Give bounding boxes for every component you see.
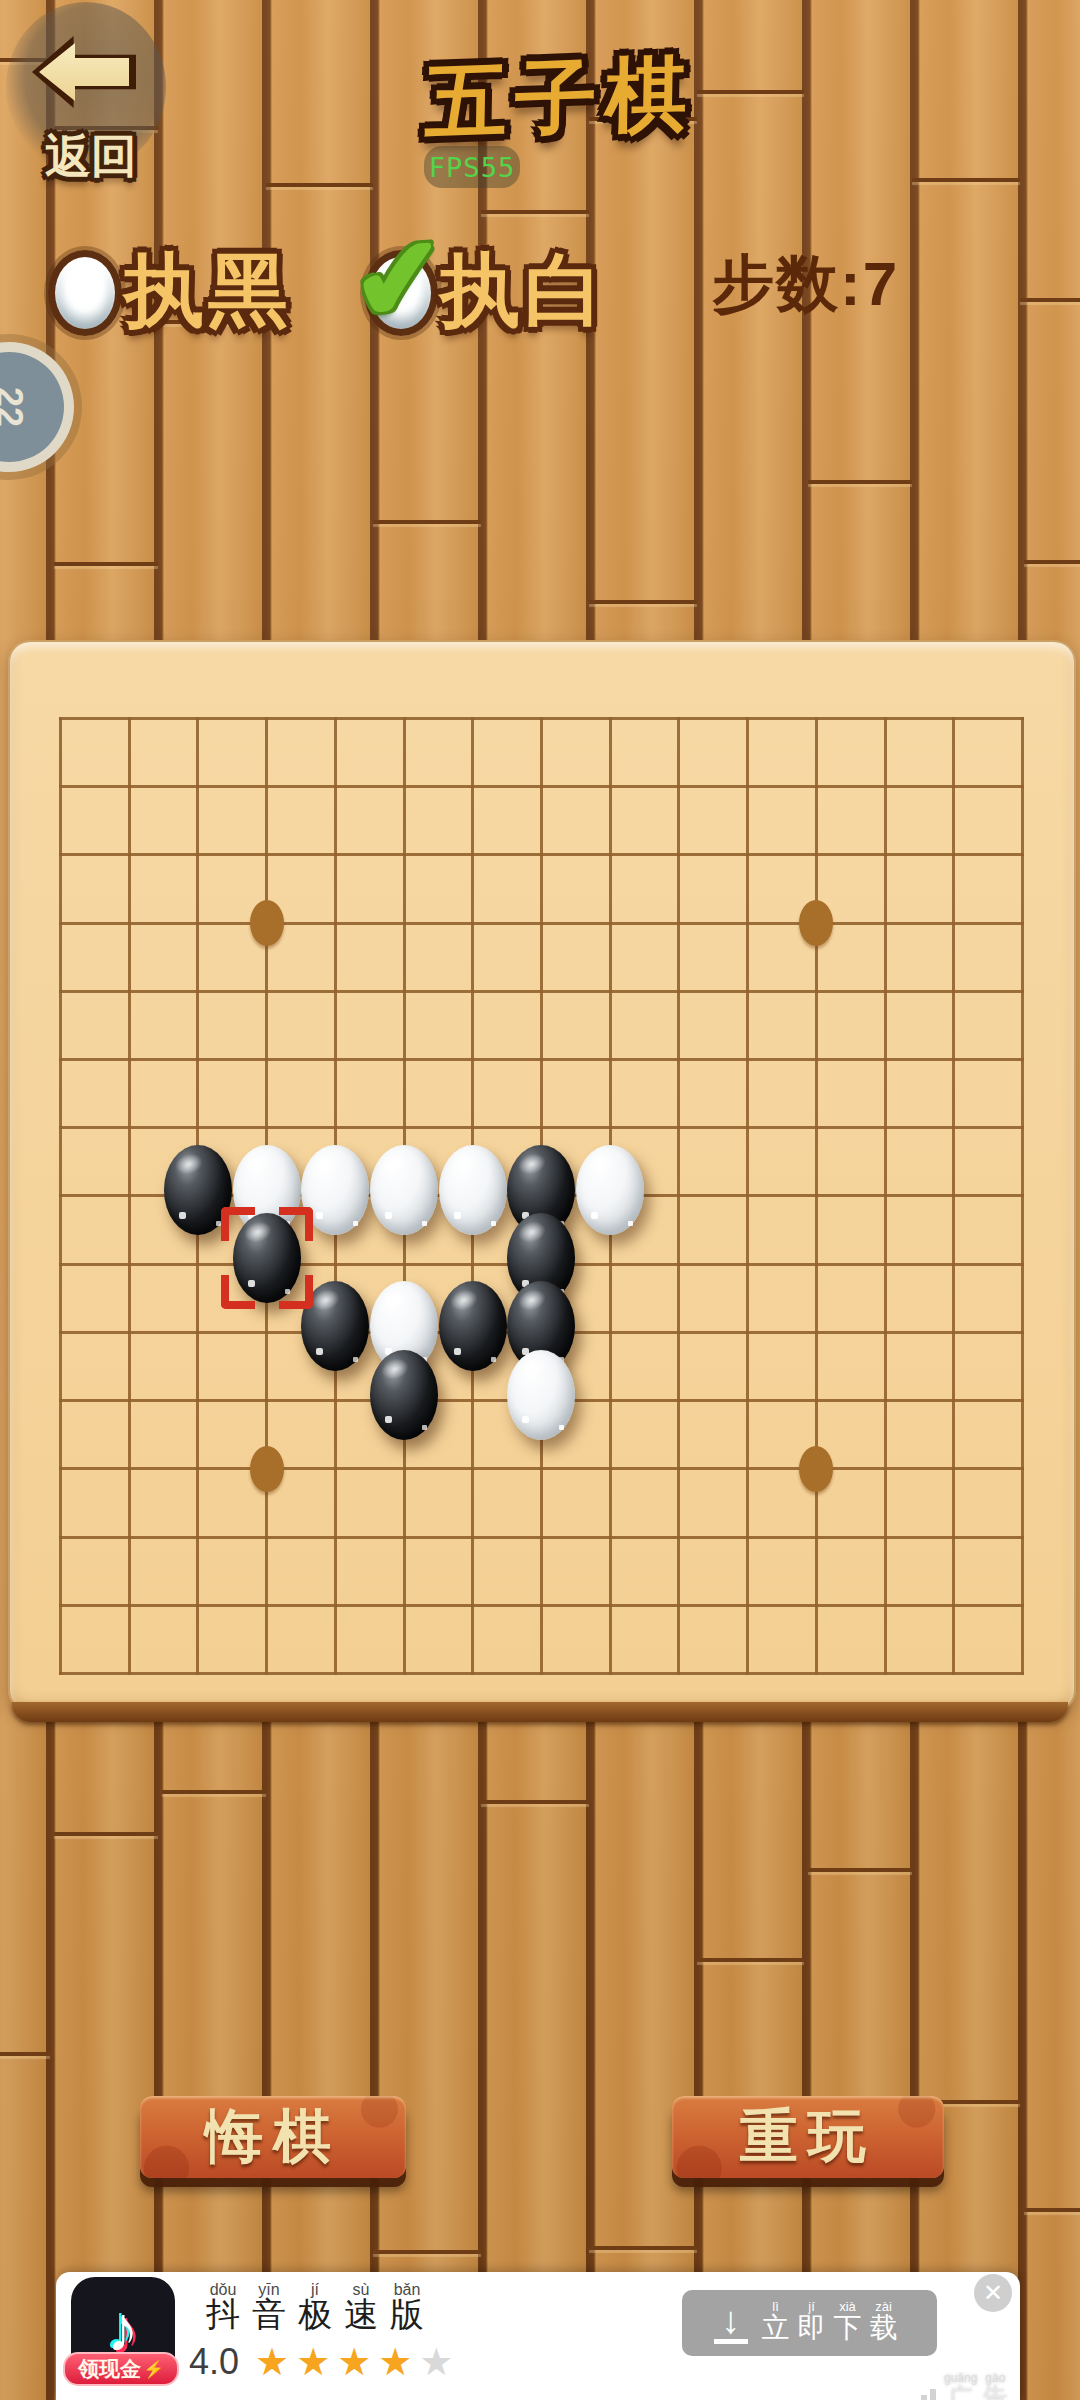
white-stone <box>301 1145 369 1235</box>
move-counter: 步数:7 <box>712 242 899 326</box>
board-tray-edge <box>12 1702 1068 1722</box>
wood-plank-joint <box>373 2250 481 2254</box>
undo-button[interactable]: 悔棋 <box>140 2096 406 2178</box>
star-filled-icon: ★ <box>378 2341 419 2383</box>
wood-plank-joint <box>481 1800 589 1804</box>
wood-plank-joint <box>54 1832 158 1836</box>
play-black-radio[interactable] <box>48 250 122 336</box>
white-stone <box>507 1350 575 1440</box>
wood-plank-joint <box>373 520 481 524</box>
star-filled-icon: ★ <box>296 2341 337 2383</box>
ad-watermark: 广guǎng告gào <box>912 2372 1013 2400</box>
wood-plank-joint <box>266 183 373 187</box>
star-empty-icon: ★ <box>419 2341 460 2383</box>
wood-plank-joint <box>697 1958 804 1962</box>
rating-stars: ★★★★★ <box>255 2340 460 2384</box>
ad-close-button[interactable]: ✕ <box>974 2274 1012 2312</box>
wood-plank-joint <box>1024 2208 1080 2212</box>
ad-banner: ♪ 领现金⚡ 抖dǒu音yīn极jí速sù版bǎn 4.0 ★★★★★ ↓ 立l… <box>56 2272 1020 2400</box>
star-filled-icon: ★ <box>255 2341 296 2383</box>
back-button-label: 返回 <box>26 126 156 188</box>
play-white-label[interactable]: 执白 <box>440 238 608 346</box>
black-stone <box>370 1350 438 1440</box>
download-label: 立lì即jí下xià载zài <box>762 2300 906 2347</box>
white-stone <box>576 1145 644 1235</box>
wood-plank-joint <box>1020 298 1080 302</box>
wood-plank-joint <box>162 1790 266 1794</box>
wood-plank-joint <box>589 600 697 604</box>
fps-badge: FPS55 <box>424 146 520 188</box>
wood-plank-joint <box>1024 560 1080 564</box>
board-star-point <box>250 900 284 946</box>
wood-plank-joint <box>808 1868 912 1872</box>
wood-plank-joint <box>808 480 912 484</box>
ad-bars-icon <box>912 2389 936 2400</box>
cash-reward-badge: 领现金⚡ <box>63 2352 179 2386</box>
back-arrow-icon-fill <box>39 43 129 101</box>
black-stone <box>233 1213 301 1303</box>
rating-value: 4.0 <box>189 2341 239 2383</box>
ad-rating: 4.0 ★★★★★ <box>189 2340 460 2384</box>
wood-plank-joint <box>589 2246 697 2250</box>
play-white-radio[interactable] <box>364 250 438 336</box>
lightning-icon: ⚡ <box>143 2359 164 2380</box>
board-star-point <box>799 1446 833 1492</box>
download-button[interactable]: ↓ 立lì即jí下xià载zài <box>682 2290 937 2356</box>
white-stone <box>370 1145 438 1235</box>
white-stone <box>439 1145 507 1235</box>
wood-plank-joint <box>54 562 158 566</box>
wood-plank-joint <box>481 210 589 214</box>
replay-button[interactable]: 重玩 <box>672 2096 944 2178</box>
star-filled-icon: ★ <box>337 2341 378 2383</box>
download-icon: ↓ <box>714 2303 748 2344</box>
black-stone <box>164 1145 232 1235</box>
page-title: 五子棋 <box>399 38 721 159</box>
wood-plank-joint <box>912 178 1020 182</box>
black-stone <box>439 1281 507 1371</box>
play-black-label[interactable]: 执黑 <box>124 238 292 346</box>
wood-plank-joint <box>0 2052 50 2056</box>
level-badge: 22 <box>0 342 74 472</box>
game-screen: 返回 五子棋 FPS55 22 执黑 ✔ 执白 步数:7 悔棋 重玩 ♪ 领现金… <box>0 0 1080 2400</box>
ad-app-name: 抖dǒu音yīn极jí速sù版bǎn <box>206 2282 436 2338</box>
back-button[interactable]: 返回 <box>26 30 142 180</box>
board-star-point <box>250 1446 284 1492</box>
